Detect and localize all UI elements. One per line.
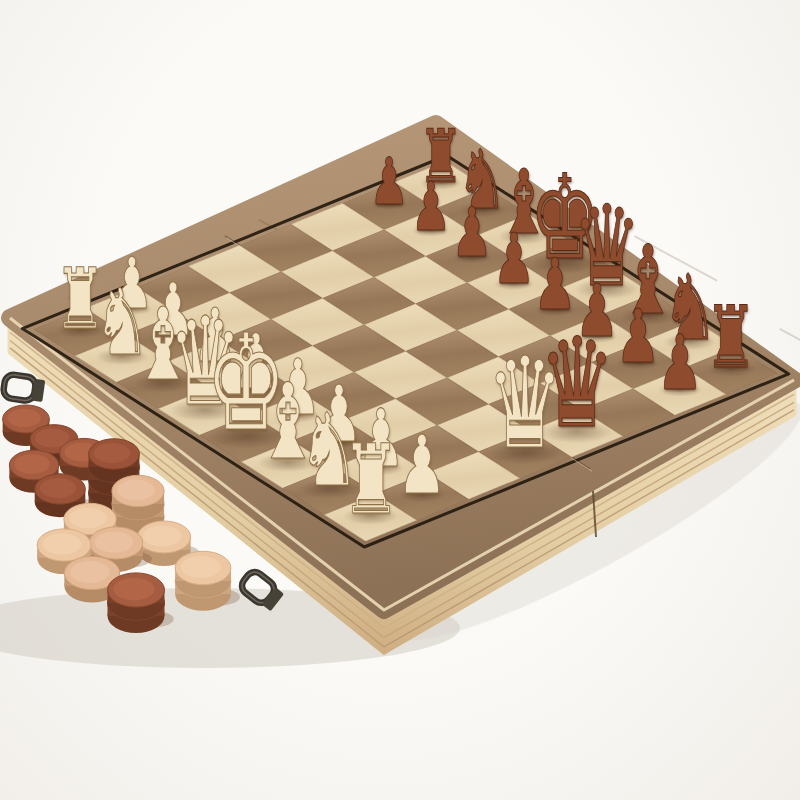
checker-stack-light-7 — [175, 551, 240, 610]
checker-stack-dark-7 — [108, 573, 174, 633]
chess-set-product-photo: ♜♟♞♟♝♟♚♟♛♟♟♝♜♟♟♞♞♟♟♜♝♟♟♛♟♛♚♟♛♝♟♞♟♜ — [0, 0, 800, 800]
